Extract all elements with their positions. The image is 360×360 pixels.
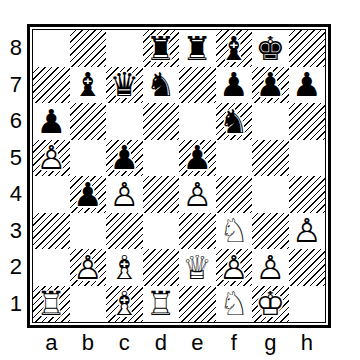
file-label-a: a	[33, 330, 70, 358]
rank-label-2: 2	[0, 249, 24, 286]
square-d2[interactable]	[143, 249, 180, 286]
piece-black-pawn[interactable]: ♟	[33, 103, 70, 140]
piece-glyph: ♝	[70, 67, 107, 104]
square-b3[interactable]	[70, 213, 107, 250]
rank-label-6: 6	[0, 103, 24, 140]
piece-outline: ♙	[216, 249, 253, 286]
square-h5[interactable]	[289, 140, 326, 177]
square-e7[interactable]	[179, 67, 216, 104]
square-a4[interactable]	[33, 176, 70, 213]
square-h2[interactable]	[289, 249, 326, 286]
piece-white-knight[interactable]: ♞♘	[216, 286, 253, 323]
piece-outline: ♔	[252, 286, 289, 323]
square-g8[interactable]: ♚	[252, 30, 289, 67]
piece-outline: ♘	[216, 286, 253, 323]
board-grid: ♜♜♝♚♝♛♞♟♟♟♟♞♟♙♟♟♟♟♙♟♙♞♘♟♙♟♙♝♗♛♕♟♙♟♙♜♖♝♗♜…	[33, 30, 325, 322]
square-f1[interactable]: ♞♘	[216, 286, 253, 323]
piece-white-rook[interactable]: ♜♖	[33, 286, 70, 323]
piece-glyph: ♟	[252, 67, 289, 104]
square-h7[interactable]: ♟	[289, 67, 326, 104]
board-frame: ♜♜♝♚♝♛♞♟♟♟♟♞♟♙♟♟♟♟♙♟♙♞♘♟♙♟♙♝♗♛♕♟♙♟♙♜♖♝♗♜…	[27, 24, 331, 328]
square-f6[interactable]: ♞	[216, 103, 253, 140]
piece-white-pawn[interactable]: ♟♙	[216, 249, 253, 286]
square-f3[interactable]: ♞♘	[216, 213, 253, 250]
piece-black-pawn[interactable]: ♟	[216, 67, 253, 104]
square-a8[interactable]	[33, 30, 70, 67]
square-c2[interactable]: ♝♗	[106, 249, 143, 286]
chess-diagram: 87654321 ♜♜♝♚♝♛♞♟♟♟♟♞♟♙♟♟♟♟♙♟♙♞♘♟♙♟♙♝♗♛♕…	[0, 0, 360, 360]
piece-black-rook[interactable]: ♜	[179, 30, 216, 67]
piece-white-pawn[interactable]: ♟♙	[179, 176, 216, 213]
square-g2[interactable]: ♟♙	[252, 249, 289, 286]
rank-label-4: 4	[0, 176, 24, 213]
piece-black-pawn[interactable]: ♟	[252, 67, 289, 104]
piece-glyph: ♜	[179, 30, 216, 67]
square-a7[interactable]	[33, 67, 70, 104]
square-c6[interactable]	[106, 103, 143, 140]
piece-white-knight[interactable]: ♞♘	[216, 213, 253, 250]
piece-outline: ♙	[179, 176, 216, 213]
piece-black-pawn[interactable]: ♟	[289, 67, 326, 104]
square-e3[interactable]	[179, 213, 216, 250]
square-e6[interactable]	[179, 103, 216, 140]
square-a3[interactable]	[33, 213, 70, 250]
square-e1[interactable]	[179, 286, 216, 323]
square-d1[interactable]: ♜♖	[143, 286, 180, 323]
piece-white-pawn[interactable]: ♟♙	[252, 249, 289, 286]
piece-glyph: ♟	[106, 140, 143, 177]
square-g5[interactable]	[252, 140, 289, 177]
square-b5[interactable]	[70, 140, 107, 177]
square-f8[interactable]: ♝	[216, 30, 253, 67]
piece-white-king[interactable]: ♚♔	[252, 286, 289, 323]
piece-glyph: ♜	[143, 30, 180, 67]
square-d7[interactable]: ♞	[143, 67, 180, 104]
piece-outline: ♖	[33, 286, 70, 323]
piece-glyph: ♞	[216, 103, 253, 140]
piece-white-pawn[interactable]: ♟♙	[33, 140, 70, 177]
piece-black-bishop[interactable]: ♝	[216, 30, 253, 67]
piece-outline: ♕	[179, 249, 216, 286]
piece-white-bishop[interactable]: ♝♗	[106, 249, 143, 286]
rank-label-8: 8	[0, 30, 24, 67]
piece-glyph: ♟	[70, 176, 107, 213]
file-label-h: h	[289, 330, 326, 358]
piece-glyph: ♟	[216, 67, 253, 104]
square-f7[interactable]: ♟	[216, 67, 253, 104]
piece-outline: ♙	[70, 249, 107, 286]
file-label-c: c	[106, 330, 143, 358]
square-h8[interactable]	[289, 30, 326, 67]
file-label-d: d	[143, 330, 180, 358]
piece-black-pawn[interactable]: ♟	[106, 140, 143, 177]
file-label-f: f	[216, 330, 253, 358]
square-b7[interactable]: ♝	[70, 67, 107, 104]
piece-white-queen[interactable]: ♛♕	[179, 249, 216, 286]
square-h4[interactable]	[289, 176, 326, 213]
square-d5[interactable]	[143, 140, 180, 177]
piece-outline: ♘	[216, 213, 253, 250]
piece-outline: ♗	[106, 286, 143, 323]
square-c8[interactable]	[106, 30, 143, 67]
piece-white-bishop[interactable]: ♝♗	[106, 286, 143, 323]
square-a5[interactable]: ♟♙	[33, 140, 70, 177]
piece-outline: ♙	[106, 176, 143, 213]
square-g3[interactable]	[252, 213, 289, 250]
square-d6[interactable]	[143, 103, 180, 140]
piece-glyph: ♟	[289, 67, 326, 104]
square-g4[interactable]	[252, 176, 289, 213]
file-label-g: g	[252, 330, 289, 358]
piece-white-pawn[interactable]: ♟♙	[70, 249, 107, 286]
piece-outline: ♙	[33, 140, 70, 177]
square-e4[interactable]: ♟♙	[179, 176, 216, 213]
file-label-e: e	[179, 330, 216, 358]
square-f2[interactable]: ♟♙	[216, 249, 253, 286]
square-b6[interactable]	[70, 103, 107, 140]
rank-label-3: 3	[0, 213, 24, 250]
square-g1[interactable]: ♚♔	[252, 286, 289, 323]
square-a6[interactable]: ♟	[33, 103, 70, 140]
rank-labels: 87654321	[0, 30, 24, 322]
piece-glyph: ♟	[179, 140, 216, 177]
square-b8[interactable]	[70, 30, 107, 67]
piece-outline: ♖	[143, 286, 180, 323]
piece-white-pawn[interactable]: ♟♙	[106, 176, 143, 213]
piece-black-king[interactable]: ♚	[252, 30, 289, 67]
square-h6[interactable]	[289, 103, 326, 140]
square-f4[interactable]	[216, 176, 253, 213]
square-e8[interactable]: ♜	[179, 30, 216, 67]
square-b1[interactable]	[70, 286, 107, 323]
piece-black-rook[interactable]: ♜	[143, 30, 180, 67]
rank-label-1: 1	[0, 286, 24, 323]
piece-black-pawn[interactable]: ♟	[70, 176, 107, 213]
file-labels: abcdefgh	[33, 330, 325, 358]
piece-black-knight[interactable]: ♞	[216, 103, 253, 140]
square-c7[interactable]: ♛	[106, 67, 143, 104]
square-e5[interactable]: ♟	[179, 140, 216, 177]
rank-label-7: 7	[0, 67, 24, 104]
piece-glyph: ♝	[216, 30, 253, 67]
square-b4[interactable]: ♟	[70, 176, 107, 213]
square-e2[interactable]: ♛♕	[179, 249, 216, 286]
square-g6[interactable]	[252, 103, 289, 140]
file-label-b: b	[70, 330, 107, 358]
piece-outline: ♙	[252, 249, 289, 286]
square-d4[interactable]	[143, 176, 180, 213]
square-a2[interactable]	[33, 249, 70, 286]
square-c3[interactable]	[106, 213, 143, 250]
square-c1[interactable]: ♝♗	[106, 286, 143, 323]
piece-white-rook[interactable]: ♜♖	[143, 286, 180, 323]
square-d8[interactable]: ♜	[143, 30, 180, 67]
rank-label-5: 5	[0, 140, 24, 177]
square-g7[interactable]: ♟	[252, 67, 289, 104]
piece-black-pawn[interactable]: ♟	[179, 140, 216, 177]
square-a1[interactable]: ♜♖	[33, 286, 70, 323]
piece-black-queen[interactable]: ♛	[106, 67, 143, 104]
piece-glyph: ♚	[252, 30, 289, 67]
square-d3[interactable]	[143, 213, 180, 250]
piece-glyph: ♛	[106, 67, 143, 104]
piece-white-pawn[interactable]: ♟♙	[289, 213, 326, 250]
square-f5[interactable]	[216, 140, 253, 177]
square-h1[interactable]	[289, 286, 326, 323]
piece-outline: ♙	[289, 213, 326, 250]
piece-outline: ♗	[106, 249, 143, 286]
square-b2[interactable]: ♟♙	[70, 249, 107, 286]
piece-glyph: ♞	[143, 67, 180, 104]
piece-black-bishop[interactable]: ♝	[70, 67, 107, 104]
board-inner-border: ♜♜♝♚♝♛♞♟♟♟♟♞♟♙♟♟♟♟♙♟♙♞♘♟♙♟♙♝♗♛♕♟♙♟♙♜♖♝♗♜…	[32, 29, 326, 323]
square-c5[interactable]: ♟	[106, 140, 143, 177]
piece-glyph: ♟	[33, 103, 70, 140]
square-c4[interactable]: ♟♙	[106, 176, 143, 213]
piece-black-knight[interactable]: ♞	[143, 67, 180, 104]
square-h3[interactable]: ♟♙	[289, 213, 326, 250]
